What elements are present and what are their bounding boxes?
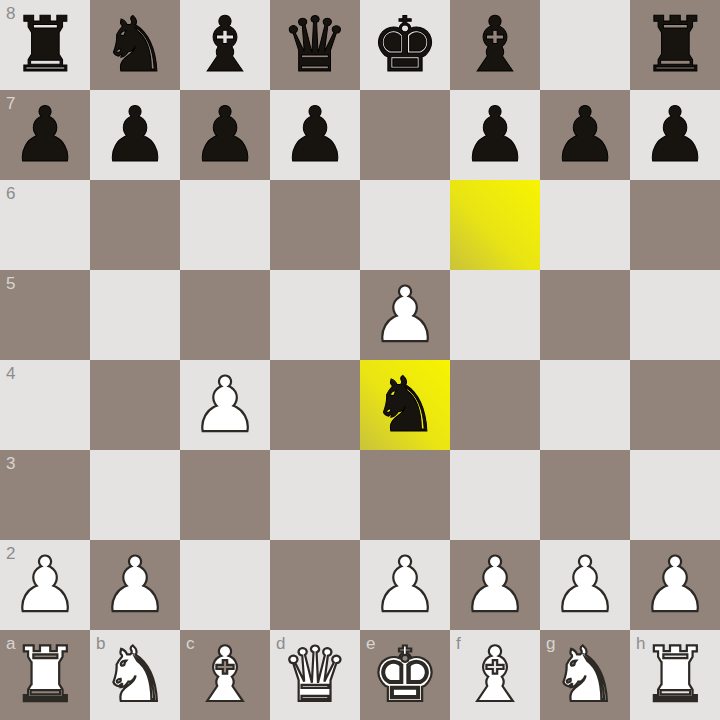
square-d6[interactable]: [270, 180, 360, 270]
square-d4[interactable]: [270, 360, 360, 450]
square-e7[interactable]: [360, 90, 450, 180]
square-f7[interactable]: ♟: [450, 90, 540, 180]
square-f3[interactable]: [450, 450, 540, 540]
black-pawn-piece[interactable]: ♟: [450, 90, 540, 180]
white-knight-piece[interactable]: ♞: [540, 630, 630, 720]
square-g1[interactable]: g♞: [540, 630, 630, 720]
square-a4[interactable]: 4: [0, 360, 90, 450]
chess-board: 8♜♞♝♛♚♝♜7♟♟♟♟♟♟♟65♟4♟♞32♟♟♟♟♟♟a♜b♞c♝d♛e♚…: [0, 0, 720, 720]
square-a5[interactable]: 5: [0, 270, 90, 360]
square-e4[interactable]: ♞: [360, 360, 450, 450]
square-c3[interactable]: [180, 450, 270, 540]
square-f4[interactable]: [450, 360, 540, 450]
square-e6[interactable]: [360, 180, 450, 270]
black-pawn-piece[interactable]: ♟: [540, 90, 630, 180]
square-d8[interactable]: ♛: [270, 0, 360, 90]
black-bishop-piece[interactable]: ♝: [450, 0, 540, 90]
white-knight-piece[interactable]: ♞: [90, 630, 180, 720]
square-f5[interactable]: [450, 270, 540, 360]
black-king-piece[interactable]: ♚: [360, 0, 450, 90]
white-rook-piece[interactable]: ♜: [630, 630, 720, 720]
white-pawn-piece[interactable]: ♟: [180, 360, 270, 450]
square-c4[interactable]: ♟: [180, 360, 270, 450]
square-a7[interactable]: 7♟: [0, 90, 90, 180]
black-knight-piece[interactable]: ♞: [360, 360, 450, 450]
square-g4[interactable]: [540, 360, 630, 450]
square-c2[interactable]: [180, 540, 270, 630]
square-b7[interactable]: ♟: [90, 90, 180, 180]
square-d2[interactable]: [270, 540, 360, 630]
square-d5[interactable]: [270, 270, 360, 360]
square-d3[interactable]: [270, 450, 360, 540]
black-bishop-piece[interactable]: ♝: [180, 0, 270, 90]
square-a1[interactable]: a♜: [0, 630, 90, 720]
square-b4[interactable]: [90, 360, 180, 450]
black-queen-piece[interactable]: ♛: [270, 0, 360, 90]
square-e2[interactable]: ♟: [360, 540, 450, 630]
square-b5[interactable]: [90, 270, 180, 360]
square-g7[interactable]: ♟: [540, 90, 630, 180]
white-bishop-piece[interactable]: ♝: [180, 630, 270, 720]
square-f1[interactable]: f♝: [450, 630, 540, 720]
square-c8[interactable]: ♝: [180, 0, 270, 90]
square-g2[interactable]: ♟: [540, 540, 630, 630]
black-rook-piece[interactable]: ♜: [0, 0, 90, 90]
square-a3[interactable]: 3: [0, 450, 90, 540]
square-h5[interactable]: [630, 270, 720, 360]
black-pawn-piece[interactable]: ♟: [270, 90, 360, 180]
square-g6[interactable]: [540, 180, 630, 270]
square-h7[interactable]: ♟: [630, 90, 720, 180]
black-pawn-piece[interactable]: ♟: [630, 90, 720, 180]
square-f6[interactable]: [450, 180, 540, 270]
white-pawn-piece[interactable]: ♟: [90, 540, 180, 630]
black-pawn-piece[interactable]: ♟: [0, 90, 90, 180]
square-b3[interactable]: [90, 450, 180, 540]
square-a6[interactable]: 6: [0, 180, 90, 270]
white-pawn-piece[interactable]: ♟: [360, 540, 450, 630]
white-king-piece[interactable]: ♚: [360, 630, 450, 720]
square-e8[interactable]: ♚: [360, 0, 450, 90]
white-pawn-piece[interactable]: ♟: [360, 270, 450, 360]
square-g5[interactable]: [540, 270, 630, 360]
rank-label-3: 3: [6, 453, 15, 475]
square-b8[interactable]: ♞: [90, 0, 180, 90]
square-c1[interactable]: c♝: [180, 630, 270, 720]
square-c6[interactable]: [180, 180, 270, 270]
white-pawn-piece[interactable]: ♟: [540, 540, 630, 630]
rank-label-4: 4: [6, 363, 15, 385]
square-f2[interactable]: ♟: [450, 540, 540, 630]
square-g3[interactable]: [540, 450, 630, 540]
black-pawn-piece[interactable]: ♟: [90, 90, 180, 180]
square-f8[interactable]: ♝: [450, 0, 540, 90]
black-rook-piece[interactable]: ♜: [630, 0, 720, 90]
square-h6[interactable]: [630, 180, 720, 270]
white-queen-piece[interactable]: ♛: [270, 630, 360, 720]
square-h1[interactable]: h♜: [630, 630, 720, 720]
square-g8[interactable]: [540, 0, 630, 90]
rank-label-6: 6: [6, 183, 15, 205]
white-pawn-piece[interactable]: ♟: [0, 540, 90, 630]
square-e1[interactable]: e♚: [360, 630, 450, 720]
square-a8[interactable]: 8♜: [0, 0, 90, 90]
square-d7[interactable]: ♟: [270, 90, 360, 180]
square-h3[interactable]: [630, 450, 720, 540]
square-c7[interactable]: ♟: [180, 90, 270, 180]
square-h4[interactable]: [630, 360, 720, 450]
square-e5[interactable]: ♟: [360, 270, 450, 360]
square-h2[interactable]: ♟: [630, 540, 720, 630]
square-b1[interactable]: b♞: [90, 630, 180, 720]
white-bishop-piece[interactable]: ♝: [450, 630, 540, 720]
black-knight-piece[interactable]: ♞: [90, 0, 180, 90]
rank-label-5: 5: [6, 273, 15, 295]
white-rook-piece[interactable]: ♜: [0, 630, 90, 720]
white-pawn-piece[interactable]: ♟: [630, 540, 720, 630]
square-b6[interactable]: [90, 180, 180, 270]
black-pawn-piece[interactable]: ♟: [180, 90, 270, 180]
square-b2[interactable]: ♟: [90, 540, 180, 630]
square-a2[interactable]: 2♟: [0, 540, 90, 630]
square-h8[interactable]: ♜: [630, 0, 720, 90]
square-e3[interactable]: [360, 450, 450, 540]
white-pawn-piece[interactable]: ♟: [450, 540, 540, 630]
square-d1[interactable]: d♛: [270, 630, 360, 720]
square-c5[interactable]: [180, 270, 270, 360]
